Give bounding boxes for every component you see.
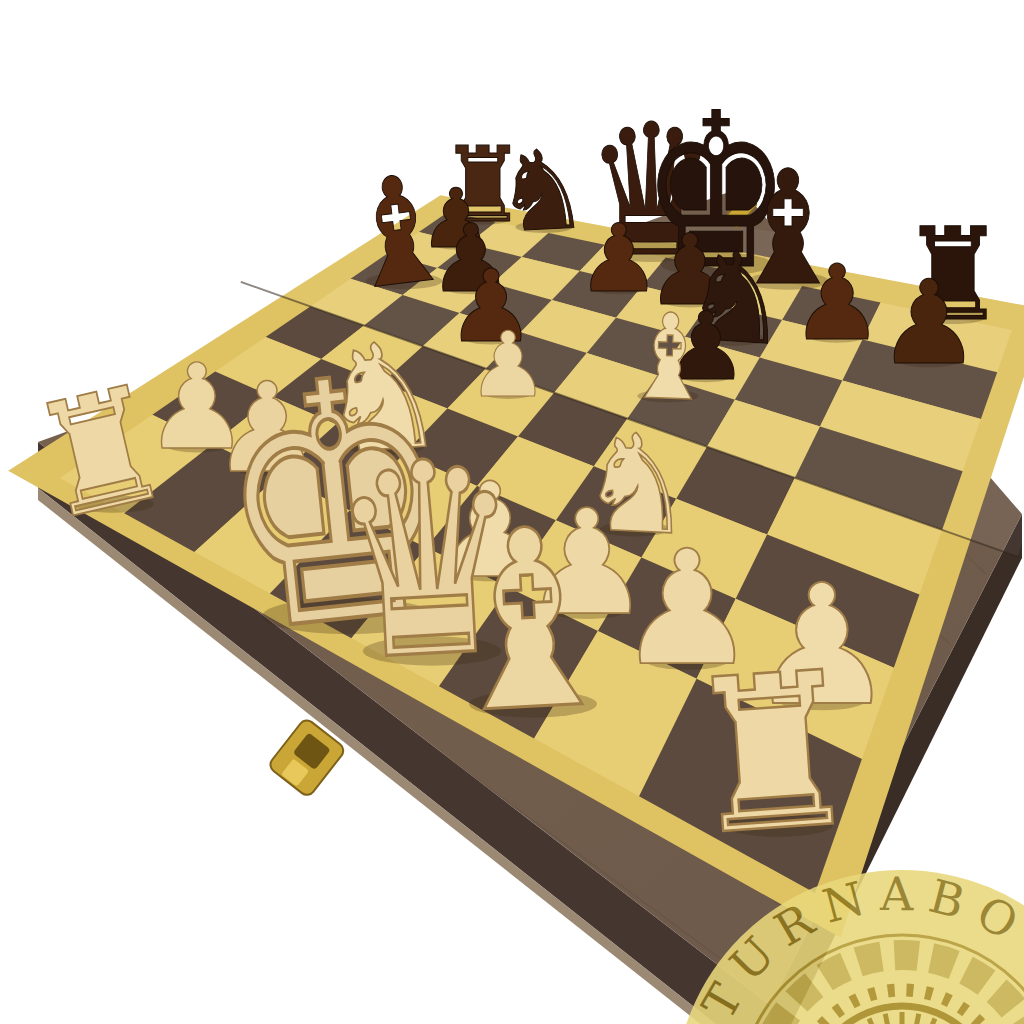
product-photo: ♜♞♟♛♚♝♝♟♟♟♜♟♟♞♟♟♟♝♟♞♟♜♞♟♟♚♛♟♟♝♜TURNABOUT [0, 0, 1024, 1024]
piece-glyph: ♟ [790, 242, 883, 364]
piece-glyph: ♜ [677, 625, 869, 883]
piece-glyph: ♝ [427, 473, 629, 769]
piece-black-p-g7: ♟ [790, 242, 883, 364]
chess-board-photo: ♜♞♟♛♚♝♝♟♟♟♜♟♟♞♟♟♟♝♟♞♟♜♞♟♟♚♛♟♟♝♜TURNABOUT [0, 0, 1024, 1024]
piece-white-b-f1: ♝ [427, 473, 629, 769]
piece-glyph: ♟ [877, 255, 981, 390]
piece-black-p-h7: ♟ [877, 255, 981, 390]
piece-white-r-h1: ♜ [677, 625, 869, 883]
